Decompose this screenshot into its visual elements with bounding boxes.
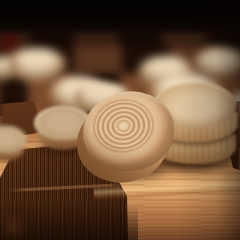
vignette-top (0, 0, 240, 240)
checkers-photo-scene (0, 0, 240, 240)
